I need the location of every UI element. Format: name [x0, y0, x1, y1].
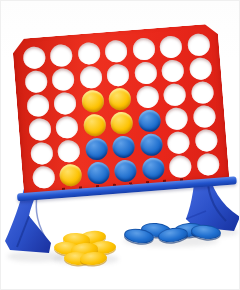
empty-hole — [104, 39, 128, 63]
empty-hole — [32, 166, 56, 190]
cell-r4c2[interactable] — [52, 114, 81, 140]
cell-r5c6[interactable] — [164, 130, 193, 156]
cell-r1c5[interactable] — [129, 36, 158, 62]
board — [12, 23, 232, 205]
blue-disc-in-board — [85, 137, 109, 161]
empty-hole — [194, 129, 218, 153]
cell-r1c7[interactable] — [184, 32, 213, 58]
empty-hole — [163, 83, 187, 107]
empty-hole — [165, 107, 189, 131]
empty-hole — [26, 94, 50, 118]
cell-r6c6[interactable] — [166, 154, 195, 180]
empty-hole — [196, 153, 220, 177]
cell-r2c6[interactable] — [158, 58, 187, 84]
cell-r4c3[interactable] — [80, 112, 109, 138]
cell-r6c5[interactable] — [138, 156, 167, 182]
cell-r1c2[interactable] — [47, 43, 76, 69]
cell-r1c3[interactable] — [74, 40, 103, 66]
empty-hole — [57, 139, 81, 163]
cell-r1c1[interactable] — [19, 45, 48, 71]
cell-r3c6[interactable] — [160, 82, 189, 108]
yellow-disc-in-board — [83, 113, 107, 137]
cell-r5c2[interactable] — [54, 138, 83, 164]
cell-r3c2[interactable] — [51, 90, 80, 116]
empty-hole — [159, 35, 183, 59]
empty-hole — [28, 118, 52, 142]
cell-r4c5[interactable] — [135, 108, 164, 134]
empty-hole — [55, 116, 79, 140]
cell-r4c4[interactable] — [107, 110, 136, 136]
empty-hole — [77, 42, 101, 66]
connect-four-photo — [0, 0, 240, 290]
empty-hole — [192, 105, 216, 129]
blue-disc-in-board — [141, 157, 165, 181]
cell-r2c5[interactable] — [131, 60, 160, 86]
blue-disc-in-board — [139, 133, 163, 157]
cell-r4c6[interactable] — [162, 106, 191, 132]
empty-hole — [52, 68, 76, 92]
cell-r4c7[interactable] — [190, 104, 219, 130]
yellow-disc-in-board — [81, 89, 105, 113]
cell-r3c1[interactable] — [23, 93, 52, 119]
empty-hole — [22, 46, 46, 70]
empty-hole — [161, 59, 185, 83]
cell-r6c1[interactable] — [29, 164, 58, 190]
cell-r2c2[interactable] — [49, 66, 78, 92]
empty-hole — [79, 66, 103, 90]
blue-disc-in-board — [86, 161, 110, 185]
cell-r2c7[interactable] — [186, 56, 215, 82]
cell-r5c3[interactable] — [82, 136, 111, 162]
cell-r2c1[interactable] — [21, 69, 50, 95]
blue-disc-in-board — [114, 159, 138, 183]
empty-hole — [169, 155, 193, 179]
blue-disc-in-board — [112, 135, 136, 159]
yellow-disc-in-board — [108, 87, 132, 111]
cell-r5c5[interactable] — [137, 132, 166, 158]
empty-hole — [167, 131, 191, 155]
empty-hole — [30, 142, 54, 166]
cell-r3c5[interactable] — [133, 84, 162, 110]
cell-r5c4[interactable] — [109, 134, 138, 160]
cell-r6c2[interactable] — [56, 162, 85, 188]
cell-r3c3[interactable] — [78, 88, 107, 114]
cell-r3c4[interactable] — [105, 86, 134, 112]
board-grid — [19, 32, 222, 191]
cell-r6c3[interactable] — [84, 160, 113, 186]
cell-r3c7[interactable] — [188, 80, 217, 106]
cell-r6c4[interactable] — [111, 158, 140, 184]
cell-r2c4[interactable] — [104, 62, 133, 88]
empty-hole — [132, 37, 156, 61]
empty-hole — [106, 63, 130, 87]
blue-disc-in-board — [138, 109, 162, 133]
empty-hole — [136, 85, 160, 109]
cell-r1c6[interactable] — [156, 34, 185, 60]
empty-hole — [189, 57, 213, 81]
empty-hole — [24, 70, 48, 94]
empty-hole — [187, 33, 211, 57]
empty-hole — [134, 61, 158, 85]
cell-r6c7[interactable] — [193, 151, 222, 177]
empty-hole — [53, 92, 77, 116]
yellow-disc-in-board — [59, 163, 83, 187]
cell-r5c1[interactable] — [27, 140, 56, 166]
cell-r1c4[interactable] — [102, 38, 131, 64]
cell-r2c3[interactable] — [76, 64, 105, 90]
empty-hole — [190, 81, 214, 105]
empty-hole — [50, 44, 74, 68]
cell-r4c1[interactable] — [25, 116, 54, 142]
cell-r5c7[interactable] — [191, 127, 220, 153]
yellow-disc-in-board — [110, 111, 134, 135]
